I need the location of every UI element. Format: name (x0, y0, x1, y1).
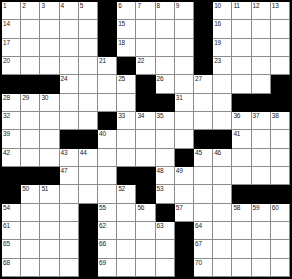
clue-number-20: 20 (3, 57, 10, 64)
black-cell-r9c10 (175, 149, 194, 167)
black-cell-r3c6 (98, 39, 117, 57)
cell-r11c11[interactable] (194, 185, 213, 203)
clue-number-33: 33 (118, 112, 125, 119)
clue-number-69: 69 (99, 259, 106, 266)
cell-r3c7[interactable]: 18 (117, 39, 136, 57)
cell-r13c6[interactable]: 62 (98, 222, 117, 240)
cell-r10c6[interactable] (98, 167, 117, 185)
cell-r8c9[interactable] (156, 130, 175, 148)
clue-number-58: 58 (233, 204, 240, 211)
cell-r11c10[interactable] (175, 185, 194, 203)
black-cell-r6c13 (232, 94, 251, 112)
cell-r15c3[interactable] (40, 259, 59, 277)
black-cell-r6c15 (271, 94, 290, 112)
cell-r1c7[interactable]: 6 (117, 2, 136, 20)
clue-number-63: 63 (157, 222, 164, 229)
cell-r14c8[interactable] (136, 240, 155, 258)
cell-r1c1[interactable]: 1 (2, 2, 21, 20)
black-cell-r10c8 (136, 167, 155, 185)
black-cell-r12c5 (79, 204, 98, 222)
cell-r1c12[interactable]: 10 (213, 2, 232, 20)
clue-number-42: 42 (3, 149, 10, 156)
cell-r7c9[interactable]: 35 (156, 112, 175, 130)
clue-number-8: 8 (157, 2, 160, 9)
cell-r4c14[interactable] (252, 57, 271, 75)
cell-r12c8[interactable]: 56 (136, 204, 155, 222)
cell-r14c2[interactable] (21, 240, 40, 258)
cell-r15c4[interactable] (60, 259, 79, 277)
cell-r7c10[interactable] (175, 112, 194, 130)
cell-r14c7[interactable] (117, 240, 136, 258)
clue-number-12: 12 (253, 2, 260, 9)
black-cell-r4c11 (194, 57, 213, 75)
clue-number-26: 26 (157, 75, 164, 82)
black-cell-r6c14 (252, 94, 271, 112)
black-cell-r8c4 (60, 130, 79, 148)
cell-r14c9[interactable] (156, 240, 175, 258)
black-cell-r14c5 (79, 240, 98, 258)
cell-r14c14[interactable] (252, 240, 271, 258)
cell-r13c1[interactable]: 61 (2, 222, 21, 240)
clue-number-36: 36 (233, 112, 240, 119)
cell-r13c9[interactable]: 63 (156, 222, 175, 240)
cell-r13c8[interactable] (136, 222, 155, 240)
clue-number-5: 5 (80, 2, 83, 9)
clue-number-65: 65 (3, 240, 10, 247)
cell-r4c3[interactable] (40, 57, 59, 75)
cell-r15c9[interactable] (156, 259, 175, 277)
cell-r6c2[interactable]: 29 (21, 94, 40, 112)
cell-r12c10[interactable]: 57 (175, 204, 194, 222)
cell-r11c5[interactable] (79, 185, 98, 203)
cell-r8c2[interactable] (21, 130, 40, 148)
clue-number-68: 68 (3, 259, 10, 266)
cell-r8c15[interactable] (271, 130, 290, 148)
cell-r7c7[interactable]: 33 (117, 112, 136, 130)
cell-r7c12[interactable] (213, 112, 232, 130)
cell-r2c1[interactable]: 14 (2, 20, 21, 38)
clue-number-43: 43 (61, 149, 68, 156)
cell-r12c7[interactable] (117, 204, 136, 222)
black-cell-r5c3 (40, 75, 59, 93)
black-cell-r7c6 (98, 112, 117, 130)
clue-number-32: 32 (3, 112, 10, 119)
cell-r2c7[interactable]: 15 (117, 20, 136, 38)
clue-number-23: 23 (214, 57, 221, 64)
cell-r5c12[interactable] (213, 75, 232, 93)
cell-r2c13[interactable] (232, 20, 251, 38)
cell-r11c12[interactable] (213, 185, 232, 203)
cell-r6c4[interactable] (60, 94, 79, 112)
cell-r2c9[interactable] (156, 20, 175, 38)
cell-r1c15[interactable]: 13 (271, 2, 290, 20)
black-cell-r10c1 (2, 167, 21, 185)
clue-number-56: 56 (137, 204, 144, 211)
cell-r15c6[interactable]: 69 (98, 259, 117, 277)
cell-r12c12[interactable] (213, 204, 232, 222)
clue-number-29: 29 (22, 94, 29, 101)
cell-r4c15[interactable] (271, 57, 290, 75)
black-cell-r3c11 (194, 39, 213, 57)
cell-r6c7[interactable] (117, 94, 136, 112)
cell-r15c7[interactable] (117, 259, 136, 277)
clue-number-14: 14 (3, 20, 10, 27)
black-cell-r11c13 (232, 185, 251, 203)
cell-r2c4[interactable] (60, 20, 79, 38)
cell-r5c7[interactable]: 25 (117, 75, 136, 93)
cell-r7c3[interactable] (40, 112, 59, 130)
cell-r2c12[interactable]: 16 (213, 20, 232, 38)
cell-r7c8[interactable]: 34 (136, 112, 155, 130)
black-cell-r10c7 (117, 167, 136, 185)
cell-r6c6[interactable] (98, 94, 117, 112)
black-cell-r14c10 (175, 240, 194, 258)
clue-number-17: 17 (3, 39, 10, 46)
cell-r3c12[interactable]: 19 (213, 39, 232, 57)
clue-number-4: 4 (61, 2, 64, 9)
cell-r4c4[interactable] (60, 57, 79, 75)
clue-number-51: 51 (41, 185, 48, 192)
clue-number-34: 34 (137, 112, 144, 119)
cell-r1c14[interactable]: 12 (252, 2, 271, 20)
cell-r4c6[interactable]: 21 (98, 57, 117, 75)
cell-r8c3[interactable] (40, 130, 59, 148)
cell-r13c11[interactable]: 64 (194, 222, 213, 240)
clue-number-40: 40 (99, 130, 106, 137)
cell-r1c2[interactable]: 2 (21, 2, 40, 20)
clue-number-31: 31 (176, 94, 183, 101)
cell-r10c9[interactable]: 48 (156, 167, 175, 185)
cell-r7c1[interactable]: 32 (2, 112, 21, 130)
cell-r13c13[interactable] (232, 222, 251, 240)
clue-number-50: 50 (22, 185, 29, 192)
cell-r10c5[interactable] (79, 167, 98, 185)
clue-number-70: 70 (195, 259, 202, 266)
cell-r5c13[interactable] (232, 75, 251, 93)
black-cell-r6c9 (156, 94, 175, 112)
crossword-puzzle: 1234567891011121314151617181920212223242… (0, 0, 292, 279)
cell-r9c7[interactable] (117, 149, 136, 167)
cell-r10c4[interactable]: 47 (60, 167, 79, 185)
black-cell-r8c5 (79, 130, 98, 148)
cell-r8c1[interactable]: 39 (2, 130, 21, 148)
clue-number-3: 3 (41, 2, 44, 9)
black-cell-r12c9 (156, 204, 175, 222)
black-cell-r15c10 (175, 259, 194, 277)
clue-number-11: 11 (233, 2, 239, 9)
cell-r2c15[interactable] (271, 20, 290, 38)
cell-r3c14[interactable] (252, 39, 271, 57)
clue-number-22: 22 (137, 57, 144, 64)
clue-number-28: 28 (3, 94, 10, 101)
clue-number-41: 41 (233, 130, 240, 137)
cell-r14c12[interactable] (213, 240, 232, 258)
cell-r12c3[interactable] (40, 204, 59, 222)
cell-r3c1[interactable]: 17 (2, 39, 21, 57)
cell-r9c3[interactable] (40, 149, 59, 167)
clue-number-16: 16 (214, 20, 221, 27)
clue-number-45: 45 (195, 149, 202, 156)
clue-number-10: 10 (214, 2, 221, 9)
black-cell-r4c7 (117, 57, 136, 75)
cell-r10c15[interactable] (271, 167, 290, 185)
cell-r5c11[interactable]: 27 (194, 75, 213, 93)
cell-r11c9[interactable]: 53 (156, 185, 175, 203)
cell-r15c14[interactable] (252, 259, 271, 277)
cell-r1c4[interactable]: 4 (60, 2, 79, 20)
clue-number-62: 62 (99, 222, 106, 229)
cell-r13c7[interactable] (117, 222, 136, 240)
cell-r15c1[interactable]: 68 (2, 259, 21, 277)
cell-r9c1[interactable]: 42 (2, 149, 21, 167)
clue-number-21: 21 (99, 57, 106, 64)
clue-number-47: 47 (61, 167, 68, 174)
cell-r7c15[interactable]: 38 (271, 112, 290, 130)
clue-number-66: 66 (99, 240, 106, 247)
cell-r2c10[interactable] (175, 20, 194, 38)
black-cell-r5c2 (21, 75, 40, 93)
cell-r14c13[interactable] (232, 240, 251, 258)
clue-number-60: 60 (272, 204, 279, 211)
clue-number-38: 38 (272, 112, 279, 119)
black-cell-r8c12 (213, 130, 232, 148)
cell-r3c4[interactable] (60, 39, 79, 57)
black-cell-r10c3 (40, 167, 59, 185)
clue-number-49: 49 (176, 167, 183, 174)
cell-r11c4[interactable] (60, 185, 79, 203)
black-cell-r6c8 (136, 94, 155, 112)
cell-r5c4[interactable]: 24 (60, 75, 79, 93)
clue-number-67: 67 (195, 240, 202, 247)
cell-r2c5[interactable] (79, 20, 98, 38)
cell-r6c5[interactable] (79, 94, 98, 112)
cell-r5c10[interactable] (175, 75, 194, 93)
cell-r3c3[interactable] (40, 39, 59, 57)
clue-number-2: 2 (22, 2, 25, 9)
cell-r12c1[interactable]: 54 (2, 204, 21, 222)
clue-number-52: 52 (118, 185, 125, 192)
cell-r4c2[interactable] (21, 57, 40, 75)
cell-r11c6[interactable] (98, 185, 117, 203)
clue-number-61: 61 (3, 222, 10, 229)
clue-number-18: 18 (118, 39, 125, 46)
cell-r6c3[interactable]: 30 (40, 94, 59, 112)
cell-r4c13[interactable] (232, 57, 251, 75)
cell-r14c1[interactable]: 65 (2, 240, 21, 258)
cell-r3c9[interactable] (156, 39, 175, 57)
cell-r11c7[interactable]: 52 (117, 185, 136, 203)
black-cell-r5c1 (2, 75, 21, 93)
cell-r2c14[interactable] (252, 20, 271, 38)
cell-r7c13[interactable]: 36 (232, 112, 251, 130)
cell-r9c15[interactable] (271, 149, 290, 167)
cell-r12c11[interactable] (194, 204, 213, 222)
clue-number-64: 64 (195, 222, 202, 229)
clue-number-53: 53 (157, 185, 164, 192)
cell-r15c8[interactable] (136, 259, 155, 277)
cell-r15c2[interactable] (21, 259, 40, 277)
cell-r4c8[interactable]: 22 (136, 57, 155, 75)
cell-r14c4[interactable] (60, 240, 79, 258)
cell-r9c6[interactable] (98, 149, 117, 167)
cell-r8c14[interactable] (252, 130, 271, 148)
cell-r4c5[interactable] (79, 57, 98, 75)
cell-r6c11[interactable] (194, 94, 213, 112)
cell-r9c9[interactable] (156, 149, 175, 167)
clue-number-46: 46 (214, 149, 221, 156)
clue-number-44: 44 (80, 149, 87, 156)
black-cell-r2c11 (194, 20, 213, 38)
black-cell-r11c14 (252, 185, 271, 203)
cell-r12c4[interactable] (60, 204, 79, 222)
cell-r10c13[interactable] (232, 167, 251, 185)
cell-r3c13[interactable] (232, 39, 251, 57)
clue-number-30: 30 (41, 94, 48, 101)
cell-r3c5[interactable] (79, 39, 98, 57)
cell-r5c14[interactable] (252, 75, 271, 93)
cell-r1c13[interactable]: 11 (232, 2, 251, 20)
cell-r7c4[interactable] (60, 112, 79, 130)
cell-r14c11[interactable]: 67 (194, 240, 213, 258)
cell-r9c2[interactable] (21, 149, 40, 167)
black-cell-r2c6 (98, 20, 117, 38)
clue-number-54: 54 (3, 204, 10, 211)
cell-r6c12[interactable] (213, 94, 232, 112)
cell-r14c3[interactable] (40, 240, 59, 258)
cell-r7c11[interactable] (194, 112, 213, 130)
cell-r15c13[interactable] (232, 259, 251, 277)
cell-r8c6[interactable]: 40 (98, 130, 117, 148)
cell-r9c11[interactable]: 45 (194, 149, 213, 167)
clue-number-37: 37 (253, 112, 260, 119)
clue-number-25: 25 (118, 75, 125, 82)
cell-r3c2[interactable] (21, 39, 40, 57)
black-cell-r11c8 (136, 185, 155, 203)
cell-r4c1[interactable]: 20 (2, 57, 21, 75)
cell-r3c15[interactable] (271, 39, 290, 57)
clue-number-39: 39 (3, 130, 10, 137)
cell-r12c14[interactable]: 59 (252, 204, 271, 222)
black-cell-r10c2 (21, 167, 40, 185)
black-cell-r8c11 (194, 130, 213, 148)
cell-r9c4[interactable]: 43 (60, 149, 79, 167)
black-cell-r13c10 (175, 222, 194, 240)
clue-number-6: 6 (118, 2, 121, 9)
cell-r8c10[interactable] (175, 130, 194, 148)
cell-r15c11[interactable]: 70 (194, 259, 213, 277)
cell-r7c5[interactable] (79, 112, 98, 130)
cell-r3c8[interactable] (136, 39, 155, 57)
cell-r13c14[interactable] (252, 222, 271, 240)
clue-number-9: 9 (176, 2, 179, 9)
cell-r12c6[interactable]: 55 (98, 204, 117, 222)
black-cell-r11c15 (271, 185, 290, 203)
clue-number-24: 24 (61, 75, 68, 82)
cell-r10c11[interactable] (194, 167, 213, 185)
crossword-board: 1234567891011121314151617181920212223242… (0, 0, 292, 279)
cell-r13c4[interactable] (60, 222, 79, 240)
clue-number-59: 59 (253, 204, 260, 211)
cell-r14c6[interactable]: 66 (98, 240, 117, 258)
cell-r1c10[interactable]: 9 (175, 2, 194, 20)
clue-number-1: 1 (3, 2, 6, 9)
clue-number-15: 15 (118, 20, 125, 27)
clue-number-13: 13 (272, 2, 279, 9)
cell-r3c10[interactable] (175, 39, 194, 57)
cell-r10c12[interactable] (213, 167, 232, 185)
cell-r13c2[interactable] (21, 222, 40, 240)
black-cell-r5c8 (136, 75, 155, 93)
clue-number-7: 7 (137, 2, 140, 9)
cell-r7c2[interactable] (21, 112, 40, 130)
cell-r6c10[interactable]: 31 (175, 94, 194, 112)
cell-r15c15[interactable] (271, 259, 290, 277)
cell-r8c7[interactable] (117, 130, 136, 148)
cell-r5c9[interactable]: 26 (156, 75, 175, 93)
clue-number-19: 19 (214, 39, 221, 46)
black-cell-r1c6 (98, 2, 117, 20)
cell-r9c5[interactable]: 44 (79, 149, 98, 167)
cell-r1c3[interactable]: 3 (40, 2, 59, 20)
cell-r12c13[interactable]: 58 (232, 204, 251, 222)
cell-r13c15[interactable] (271, 222, 290, 240)
cell-r9c14[interactable] (252, 149, 271, 167)
cell-r11c2[interactable]: 50 (21, 185, 40, 203)
cell-r12c2[interactable] (21, 204, 40, 222)
cell-r15c12[interactable] (213, 259, 232, 277)
cell-r5c5[interactable] (79, 75, 98, 93)
cell-r9c12[interactable]: 46 (213, 149, 232, 167)
cell-r4c9[interactable] (156, 57, 175, 75)
black-cell-r1c11 (194, 2, 213, 20)
cell-r4c12[interactable]: 23 (213, 57, 232, 75)
cell-r5c6[interactable] (98, 75, 117, 93)
black-cell-r13c5 (79, 222, 98, 240)
clue-number-55: 55 (99, 204, 106, 211)
cell-r13c12[interactable] (213, 222, 232, 240)
cell-r12c15[interactable]: 60 (271, 204, 290, 222)
cell-r7c14[interactable]: 37 (252, 112, 271, 130)
cell-r8c8[interactable] (136, 130, 155, 148)
cell-r9c8[interactable] (136, 149, 155, 167)
clue-number-48: 48 (157, 167, 164, 174)
black-cell-r5c15 (271, 75, 290, 93)
cell-r2c8[interactable] (136, 20, 155, 38)
cell-r2c2[interactable] (21, 20, 40, 38)
cell-r4c10[interactable] (175, 57, 194, 75)
cell-r10c14[interactable] (252, 167, 271, 185)
black-cell-r15c5 (79, 259, 98, 277)
clue-number-57: 57 (176, 204, 183, 211)
cell-r6c1[interactable]: 28 (2, 94, 21, 112)
cell-r2c3[interactable] (40, 20, 59, 38)
cell-r1c8[interactable]: 7 (136, 2, 155, 20)
cell-r14c15[interactable] (271, 240, 290, 258)
cell-r1c5[interactable]: 5 (79, 2, 98, 20)
clue-number-35: 35 (157, 112, 164, 119)
black-cell-r11c1 (2, 185, 21, 203)
cell-r1c9[interactable]: 8 (156, 2, 175, 20)
cell-r10c10[interactable]: 49 (175, 167, 194, 185)
clue-number-27: 27 (195, 75, 202, 82)
cell-r13c3[interactable] (40, 222, 59, 240)
cell-r9c13[interactable] (232, 149, 251, 167)
cell-r11c3[interactable]: 51 (40, 185, 59, 203)
cell-r8c13[interactable]: 41 (232, 130, 251, 148)
